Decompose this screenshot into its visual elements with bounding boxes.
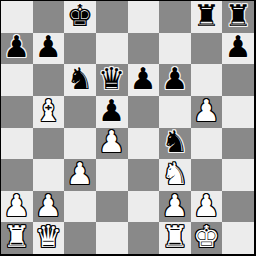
square-a1[interactable]: ♜ bbox=[1, 222, 33, 254]
square-e8[interactable] bbox=[128, 1, 160, 33]
square-b1[interactable]: ♛ bbox=[33, 222, 65, 254]
square-d2[interactable] bbox=[96, 191, 128, 223]
white-pawn-c3: ♟ bbox=[67, 159, 94, 189]
square-b8[interactable] bbox=[33, 1, 65, 33]
square-b6[interactable] bbox=[33, 64, 65, 96]
black-rook-g8: ♜ bbox=[193, 1, 220, 31]
square-b2[interactable]: ♟ bbox=[33, 191, 65, 223]
black-pawn-h7: ♟ bbox=[225, 33, 252, 63]
square-g4[interactable] bbox=[191, 128, 223, 160]
square-e3[interactable] bbox=[128, 159, 160, 191]
square-a8[interactable] bbox=[1, 1, 33, 33]
white-pawn-d4: ♟ bbox=[98, 128, 125, 158]
square-g7[interactable] bbox=[191, 33, 223, 65]
square-g5[interactable]: ♟ bbox=[191, 96, 223, 128]
square-c5[interactable] bbox=[64, 96, 96, 128]
square-h2[interactable] bbox=[222, 191, 254, 223]
white-rook-a1: ♜ bbox=[3, 222, 30, 252]
square-f2[interactable]: ♟ bbox=[159, 191, 191, 223]
square-d3[interactable] bbox=[96, 159, 128, 191]
square-h1[interactable] bbox=[222, 222, 254, 254]
square-c2[interactable] bbox=[64, 191, 96, 223]
square-d7[interactable] bbox=[96, 33, 128, 65]
square-d4[interactable]: ♟ bbox=[96, 128, 128, 160]
square-e6[interactable]: ♟ bbox=[128, 64, 160, 96]
square-c8[interactable]: ♚ bbox=[64, 1, 96, 33]
square-e7[interactable] bbox=[128, 33, 160, 65]
square-b5[interactable]: ♝ bbox=[33, 96, 65, 128]
white-pawn-a2: ♟ bbox=[3, 191, 30, 221]
white-queen-b1: ♛ bbox=[35, 222, 62, 252]
white-pawn-b2: ♟ bbox=[35, 191, 62, 221]
square-c3[interactable]: ♟ bbox=[64, 159, 96, 191]
white-bishop-b5: ♝ bbox=[35, 96, 62, 126]
black-knight-f4: ♞ bbox=[161, 128, 188, 158]
square-c1[interactable] bbox=[64, 222, 96, 254]
square-a2[interactable]: ♟ bbox=[1, 191, 33, 223]
square-h6[interactable] bbox=[222, 64, 254, 96]
square-g3[interactable] bbox=[191, 159, 223, 191]
square-f3[interactable]: ♞ bbox=[159, 159, 191, 191]
square-g6[interactable] bbox=[191, 64, 223, 96]
square-a3[interactable] bbox=[1, 159, 33, 191]
square-f7[interactable] bbox=[159, 33, 191, 65]
square-a4[interactable] bbox=[1, 128, 33, 160]
square-h3[interactable] bbox=[222, 159, 254, 191]
black-pawn-b7: ♟ bbox=[35, 33, 62, 63]
chess-board: ♚♜♜♟♟♟♞♛♟♟♝♟♟♟♞♟♞♟♟♟♟♜♛♜♚ bbox=[0, 0, 256, 256]
square-g1[interactable]: ♚ bbox=[191, 222, 223, 254]
black-pawn-a7: ♟ bbox=[3, 33, 30, 63]
chess-board-grid: ♚♜♜♟♟♟♞♛♟♟♝♟♟♟♞♟♞♟♟♟♟♜♛♜♚ bbox=[1, 1, 254, 254]
square-h4[interactable] bbox=[222, 128, 254, 160]
square-b7[interactable]: ♟ bbox=[33, 33, 65, 65]
square-f4[interactable]: ♞ bbox=[159, 128, 191, 160]
square-d8[interactable] bbox=[96, 1, 128, 33]
white-knight-f3: ♞ bbox=[161, 159, 188, 189]
square-f5[interactable] bbox=[159, 96, 191, 128]
square-f1[interactable]: ♜ bbox=[159, 222, 191, 254]
square-c6[interactable]: ♞ bbox=[64, 64, 96, 96]
square-e2[interactable] bbox=[128, 191, 160, 223]
square-d1[interactable] bbox=[96, 222, 128, 254]
square-e4[interactable] bbox=[128, 128, 160, 160]
square-h7[interactable]: ♟ bbox=[222, 33, 254, 65]
black-pawn-e6: ♟ bbox=[130, 64, 157, 94]
square-g2[interactable]: ♟ bbox=[191, 191, 223, 223]
square-a6[interactable] bbox=[1, 64, 33, 96]
white-pawn-g5: ♟ bbox=[193, 96, 220, 126]
square-e5[interactable] bbox=[128, 96, 160, 128]
white-rook-f1: ♜ bbox=[161, 222, 188, 252]
square-h5[interactable] bbox=[222, 96, 254, 128]
square-a7[interactable]: ♟ bbox=[1, 33, 33, 65]
square-f8[interactable] bbox=[159, 1, 191, 33]
white-pawn-f2: ♟ bbox=[161, 191, 188, 221]
square-h8[interactable]: ♜ bbox=[222, 1, 254, 33]
square-c4[interactable] bbox=[64, 128, 96, 160]
white-pawn-g2: ♟ bbox=[193, 191, 220, 221]
square-d5[interactable]: ♟ bbox=[96, 96, 128, 128]
black-rook-h8: ♜ bbox=[225, 1, 252, 31]
square-b4[interactable] bbox=[33, 128, 65, 160]
square-d6[interactable]: ♛ bbox=[96, 64, 128, 96]
square-a5[interactable] bbox=[1, 96, 33, 128]
square-b3[interactable] bbox=[33, 159, 65, 191]
black-pawn-f6: ♟ bbox=[161, 64, 188, 94]
white-king-g1: ♚ bbox=[193, 222, 220, 252]
square-e1[interactable] bbox=[128, 222, 160, 254]
black-king-c8: ♚ bbox=[67, 1, 94, 31]
square-c7[interactable] bbox=[64, 33, 96, 65]
square-g8[interactable]: ♜ bbox=[191, 1, 223, 33]
black-knight-c6: ♞ bbox=[67, 64, 94, 94]
black-queen-d6: ♛ bbox=[98, 64, 125, 94]
square-f6[interactable]: ♟ bbox=[159, 64, 191, 96]
black-pawn-d5: ♟ bbox=[98, 96, 125, 126]
